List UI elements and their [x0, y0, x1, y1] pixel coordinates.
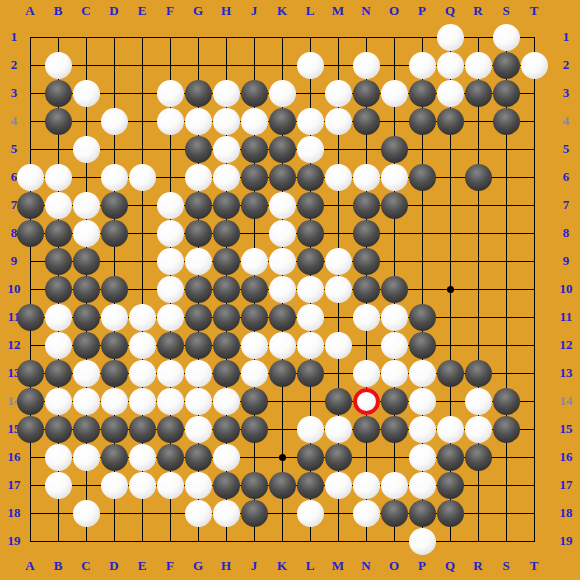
row-label-left-17: 17	[3, 477, 25, 493]
stone-F10[interactable]	[157, 276, 184, 303]
stone-K5[interactable]	[269, 136, 296, 163]
stone-J7[interactable]	[241, 192, 268, 219]
stone-L4[interactable]	[297, 108, 324, 135]
stone-J15[interactable]	[241, 416, 268, 443]
stone-D15[interactable]	[101, 416, 128, 443]
stone-T2[interactable]	[521, 52, 548, 79]
stone-D11[interactable]	[101, 304, 128, 331]
stone-H9[interactable]	[213, 248, 240, 275]
row-label-right-2: 2	[555, 57, 577, 73]
stone-N6[interactable]	[353, 164, 380, 191]
row-label-right-13: 13	[555, 365, 577, 381]
col-label-bottom-D: D	[103, 558, 125, 574]
stone-P12[interactable]	[409, 332, 436, 359]
stone-G10[interactable]	[185, 276, 212, 303]
stone-Q1[interactable]	[437, 24, 464, 51]
stone-N3[interactable]	[353, 80, 380, 107]
stone-B17[interactable]	[45, 472, 72, 499]
stone-F9[interactable]	[157, 248, 184, 275]
stone-K8[interactable]	[269, 220, 296, 247]
stone-D14[interactable]	[101, 388, 128, 415]
row-label-left-10: 10	[3, 281, 25, 297]
row-label-left-1: 1	[3, 29, 25, 45]
stone-P6[interactable]	[409, 164, 436, 191]
stone-S4[interactable]	[493, 108, 520, 135]
stone-D10[interactable]	[101, 276, 128, 303]
stone-A8[interactable]	[17, 220, 44, 247]
stone-F17[interactable]	[157, 472, 184, 499]
stone-L6[interactable]	[297, 164, 324, 191]
stone-H4[interactable]	[213, 108, 240, 135]
stone-H14[interactable]	[213, 388, 240, 415]
row-label-right-11: 11	[555, 309, 577, 325]
stone-C13[interactable]	[73, 360, 100, 387]
stone-N13[interactable]	[353, 360, 380, 387]
col-label-top-B: B	[47, 3, 69, 19]
stone-L5[interactable]	[297, 136, 324, 163]
stone-M12[interactable]	[325, 332, 352, 359]
stone-Q3[interactable]	[437, 80, 464, 107]
stone-O15[interactable]	[381, 416, 408, 443]
stone-J6[interactable]	[241, 164, 268, 191]
stone-F7[interactable]	[157, 192, 184, 219]
col-label-top-H: H	[215, 3, 237, 19]
stone-N15[interactable]	[353, 416, 380, 443]
stone-F15[interactable]	[157, 416, 184, 443]
row-label-left-12: 12	[3, 337, 25, 353]
stone-N8[interactable]	[353, 220, 380, 247]
col-label-top-K: K	[271, 3, 293, 19]
col-label-bottom-E: E	[131, 558, 153, 574]
row-label-right-15: 15	[555, 421, 577, 437]
stone-S15[interactable]	[493, 416, 520, 443]
row-label-left-4: 4	[3, 113, 25, 129]
stone-R3[interactable]	[465, 80, 492, 107]
stone-A7[interactable]	[17, 192, 44, 219]
stone-R2[interactable]	[465, 52, 492, 79]
stone-E15[interactable]	[129, 416, 156, 443]
col-label-top-A: A	[19, 3, 41, 19]
stone-K6[interactable]	[269, 164, 296, 191]
stone-G17[interactable]	[185, 472, 212, 499]
row-label-left-2: 2	[3, 57, 25, 73]
stone-L11[interactable]	[297, 304, 324, 331]
stone-L10[interactable]	[297, 276, 324, 303]
stone-B16[interactable]	[45, 444, 72, 471]
stone-D7[interactable]	[101, 192, 128, 219]
stone-B12[interactable]	[45, 332, 72, 359]
col-label-bottom-Q: Q	[439, 558, 461, 574]
stone-K11[interactable]	[269, 304, 296, 331]
stone-E6[interactable]	[129, 164, 156, 191]
stone-H13[interactable]	[213, 360, 240, 387]
stone-O10[interactable]	[381, 276, 408, 303]
col-label-bottom-G: G	[187, 558, 209, 574]
stone-K3[interactable]	[269, 80, 296, 107]
stone-M9[interactable]	[325, 248, 352, 275]
stone-B2[interactable]	[45, 52, 72, 79]
stone-P14[interactable]	[409, 388, 436, 415]
stone-G11[interactable]	[185, 304, 212, 331]
stone-S1[interactable]	[493, 24, 520, 51]
stone-O7[interactable]	[381, 192, 408, 219]
col-label-bottom-C: C	[75, 558, 97, 574]
col-label-bottom-M: M	[327, 558, 349, 574]
col-label-bottom-N: N	[355, 558, 377, 574]
stone-S14[interactable]	[493, 388, 520, 415]
row-label-left-18: 18	[3, 505, 25, 521]
stone-D17[interactable]	[101, 472, 128, 499]
stone-M4[interactable]	[325, 108, 352, 135]
stone-O6[interactable]	[381, 164, 408, 191]
stone-F11[interactable]	[157, 304, 184, 331]
stone-G3[interactable]	[185, 80, 212, 107]
stone-L12[interactable]	[297, 332, 324, 359]
stone-K17[interactable]	[269, 472, 296, 499]
stone-A14[interactable]	[17, 388, 44, 415]
col-label-bottom-A: A	[19, 558, 41, 574]
stone-E17[interactable]	[129, 472, 156, 499]
stone-G7[interactable]	[185, 192, 212, 219]
stone-K7[interactable]	[269, 192, 296, 219]
col-label-bottom-B: B	[47, 558, 69, 574]
col-label-top-C: C	[75, 3, 97, 19]
stone-O12[interactable]	[381, 332, 408, 359]
col-label-top-R: R	[467, 3, 489, 19]
stone-O13[interactable]	[381, 360, 408, 387]
row-label-right-8: 8	[555, 225, 577, 241]
stone-D4[interactable]	[101, 108, 128, 135]
stone-M14[interactable]	[325, 388, 352, 415]
stone-H10[interactable]	[213, 276, 240, 303]
stone-N18[interactable]	[353, 500, 380, 527]
stone-C8[interactable]	[73, 220, 100, 247]
stone-B13[interactable]	[45, 360, 72, 387]
stone-E13[interactable]	[129, 360, 156, 387]
stone-O17[interactable]	[381, 472, 408, 499]
stone-F14[interactable]	[157, 388, 184, 415]
go-board[interactable]: AA11BB22CC33DD44EE55FF66GG77HH88JJ99KK10…	[0, 0, 580, 580]
stone-B3[interactable]	[45, 80, 72, 107]
stone-J10[interactable]	[241, 276, 268, 303]
stone-B6[interactable]	[45, 164, 72, 191]
stone-C12[interactable]	[73, 332, 100, 359]
row-label-left-19: 19	[3, 533, 25, 549]
row-label-left-16: 16	[3, 449, 25, 465]
row-label-right-14: 14	[555, 393, 577, 409]
last-move-marker	[353, 388, 380, 415]
stone-A11[interactable]	[17, 304, 44, 331]
stone-C11[interactable]	[73, 304, 100, 331]
col-label-top-J: J	[243, 3, 265, 19]
col-label-top-L: L	[299, 3, 321, 19]
row-label-right-7: 7	[555, 197, 577, 213]
stone-G8[interactable]	[185, 220, 212, 247]
stone-C14[interactable]	[73, 388, 100, 415]
stone-H11[interactable]	[213, 304, 240, 331]
stone-C10[interactable]	[73, 276, 100, 303]
row-label-right-4: 4	[555, 113, 577, 129]
stone-N4[interactable]	[353, 108, 380, 135]
stone-F8[interactable]	[157, 220, 184, 247]
stone-G15[interactable]	[185, 416, 212, 443]
stone-R6[interactable]	[465, 164, 492, 191]
stone-H6[interactable]	[213, 164, 240, 191]
stone-N7[interactable]	[353, 192, 380, 219]
col-label-top-D: D	[103, 3, 125, 19]
stone-P3[interactable]	[409, 80, 436, 107]
stone-H15[interactable]	[213, 416, 240, 443]
stone-D8[interactable]	[101, 220, 128, 247]
col-label-bottom-F: F	[159, 558, 181, 574]
stone-P4[interactable]	[409, 108, 436, 135]
stone-R14[interactable]	[465, 388, 492, 415]
stone-C16[interactable]	[73, 444, 100, 471]
stone-B10[interactable]	[45, 276, 72, 303]
stone-J17[interactable]	[241, 472, 268, 499]
col-label-bottom-H: H	[215, 558, 237, 574]
stone-J5[interactable]	[241, 136, 268, 163]
row-label-left-3: 3	[3, 85, 25, 101]
row-label-right-6: 6	[555, 169, 577, 185]
stone-G13[interactable]	[185, 360, 212, 387]
col-label-bottom-T: T	[523, 558, 545, 574]
stone-A13[interactable]	[17, 360, 44, 387]
stone-F4[interactable]	[157, 108, 184, 135]
row-label-right-18: 18	[555, 505, 577, 521]
stone-G14[interactable]	[185, 388, 212, 415]
row-label-right-19: 19	[555, 533, 577, 549]
col-label-top-P: P	[411, 3, 433, 19]
stone-L18[interactable]	[297, 500, 324, 527]
stone-R13[interactable]	[465, 360, 492, 387]
stone-E16[interactable]	[129, 444, 156, 471]
row-label-right-12: 12	[555, 337, 577, 353]
col-label-top-E: E	[131, 3, 153, 19]
stone-F13[interactable]	[157, 360, 184, 387]
stone-E14[interactable]	[129, 388, 156, 415]
stone-J9[interactable]	[241, 248, 268, 275]
stone-B4[interactable]	[45, 108, 72, 135]
stone-O5[interactable]	[381, 136, 408, 163]
stone-H16[interactable]	[213, 444, 240, 471]
stone-L15[interactable]	[297, 416, 324, 443]
stone-P15[interactable]	[409, 416, 436, 443]
stone-K10[interactable]	[269, 276, 296, 303]
stone-P11[interactable]	[409, 304, 436, 331]
row-label-right-1: 1	[555, 29, 577, 45]
stone-C15[interactable]	[73, 416, 100, 443]
stone-K13[interactable]	[269, 360, 296, 387]
stone-K9[interactable]	[269, 248, 296, 275]
stone-F3[interactable]	[157, 80, 184, 107]
stone-P16[interactable]	[409, 444, 436, 471]
stone-F12[interactable]	[157, 332, 184, 359]
stone-G6[interactable]	[185, 164, 212, 191]
stone-C5[interactable]	[73, 136, 100, 163]
stone-M15[interactable]	[325, 416, 352, 443]
col-label-top-Q: Q	[439, 3, 461, 19]
stone-E11[interactable]	[129, 304, 156, 331]
stone-N10[interactable]	[353, 276, 380, 303]
stone-M10[interactable]	[325, 276, 352, 303]
stone-L16[interactable]	[297, 444, 324, 471]
stone-R15[interactable]	[465, 416, 492, 443]
stone-S3[interactable]	[493, 80, 520, 107]
stone-P18[interactable]	[409, 500, 436, 527]
stone-D13[interactable]	[101, 360, 128, 387]
stone-H18[interactable]	[213, 500, 240, 527]
stone-D16[interactable]	[101, 444, 128, 471]
stone-G12[interactable]	[185, 332, 212, 359]
stone-Q15[interactable]	[437, 416, 464, 443]
stone-O14[interactable]	[381, 388, 408, 415]
stone-M16[interactable]	[325, 444, 352, 471]
stone-B9[interactable]	[45, 248, 72, 275]
stone-Q16[interactable]	[437, 444, 464, 471]
stone-F16[interactable]	[157, 444, 184, 471]
stone-Q2[interactable]	[437, 52, 464, 79]
row-label-right-3: 3	[555, 85, 577, 101]
stone-L2[interactable]	[297, 52, 324, 79]
stone-C9[interactable]	[73, 248, 100, 275]
row-label-right-9: 9	[555, 253, 577, 269]
stone-Q4[interactable]	[437, 108, 464, 135]
stone-L8[interactable]	[297, 220, 324, 247]
stone-J18[interactable]	[241, 500, 268, 527]
stone-A6[interactable]	[17, 164, 44, 191]
stone-L13[interactable]	[297, 360, 324, 387]
stone-A15[interactable]	[17, 416, 44, 443]
stone-J11[interactable]	[241, 304, 268, 331]
col-label-top-M: M	[327, 3, 349, 19]
col-label-bottom-L: L	[299, 558, 321, 574]
row-label-right-16: 16	[555, 449, 577, 465]
stone-N9[interactable]	[353, 248, 380, 275]
stone-S2[interactable]	[493, 52, 520, 79]
stone-C18[interactable]	[73, 500, 100, 527]
stone-B11[interactable]	[45, 304, 72, 331]
stone-O11[interactable]	[381, 304, 408, 331]
stone-B15[interactable]	[45, 416, 72, 443]
stone-Q18[interactable]	[437, 500, 464, 527]
stone-M3[interactable]	[325, 80, 352, 107]
col-label-bottom-J: J	[243, 558, 265, 574]
col-label-bottom-K: K	[271, 558, 293, 574]
row-label-left-5: 5	[3, 141, 25, 157]
stone-J4[interactable]	[241, 108, 268, 135]
row-label-left-9: 9	[3, 253, 25, 269]
col-label-top-N: N	[355, 3, 377, 19]
stone-G5[interactable]	[185, 136, 212, 163]
col-label-bottom-R: R	[467, 558, 489, 574]
col-label-bottom-P: P	[411, 558, 433, 574]
stone-E12[interactable]	[129, 332, 156, 359]
stone-D12[interactable]	[101, 332, 128, 359]
stone-B14[interactable]	[45, 388, 72, 415]
stone-J3[interactable]	[241, 80, 268, 107]
col-label-bottom-S: S	[495, 558, 517, 574]
stone-J14[interactable]	[241, 388, 268, 415]
stone-G4[interactable]	[185, 108, 212, 135]
stone-P19[interactable]	[409, 528, 436, 555]
hoshi-Q10	[447, 286, 454, 293]
row-label-right-17: 17	[555, 477, 577, 493]
stone-J13[interactable]	[241, 360, 268, 387]
stone-H8[interactable]	[213, 220, 240, 247]
stone-P2[interactable]	[409, 52, 436, 79]
stone-H3[interactable]	[213, 80, 240, 107]
stone-R16[interactable]	[465, 444, 492, 471]
stone-L9[interactable]	[297, 248, 324, 275]
row-label-right-10: 10	[555, 281, 577, 297]
stone-G9[interactable]	[185, 248, 212, 275]
stone-L17[interactable]	[297, 472, 324, 499]
stone-Q17[interactable]	[437, 472, 464, 499]
stone-G16[interactable]	[185, 444, 212, 471]
stone-K12[interactable]	[269, 332, 296, 359]
grid-vline	[534, 37, 535, 542]
stone-O3[interactable]	[381, 80, 408, 107]
col-label-top-F: F	[159, 3, 181, 19]
stone-G18[interactable]	[185, 500, 212, 527]
stone-M17[interactable]	[325, 472, 352, 499]
col-label-top-G: G	[187, 3, 209, 19]
stone-H5[interactable]	[213, 136, 240, 163]
stone-H7[interactable]	[213, 192, 240, 219]
stone-M6[interactable]	[325, 164, 352, 191]
stone-D6[interactable]	[101, 164, 128, 191]
stone-C7[interactable]	[73, 192, 100, 219]
stone-H12[interactable]	[213, 332, 240, 359]
stone-N11[interactable]	[353, 304, 380, 331]
stone-C3[interactable]	[73, 80, 100, 107]
grid-hline	[30, 541, 535, 542]
stone-N17[interactable]	[353, 472, 380, 499]
stone-O18[interactable]	[381, 500, 408, 527]
col-label-top-T: T	[523, 3, 545, 19]
stone-H17[interactable]	[213, 472, 240, 499]
stone-J12[interactable]	[241, 332, 268, 359]
stone-P13[interactable]	[409, 360, 436, 387]
stone-Q13[interactable]	[437, 360, 464, 387]
hoshi-K16	[279, 454, 286, 461]
stone-B7[interactable]	[45, 192, 72, 219]
col-label-bottom-O: O	[383, 558, 405, 574]
stone-N2[interactable]	[353, 52, 380, 79]
row-label-right-5: 5	[555, 141, 577, 157]
stone-K4[interactable]	[269, 108, 296, 135]
stone-L7[interactable]	[297, 192, 324, 219]
stone-P17[interactable]	[409, 472, 436, 499]
col-label-top-O: O	[383, 3, 405, 19]
stone-B8[interactable]	[45, 220, 72, 247]
col-label-top-S: S	[495, 3, 517, 19]
